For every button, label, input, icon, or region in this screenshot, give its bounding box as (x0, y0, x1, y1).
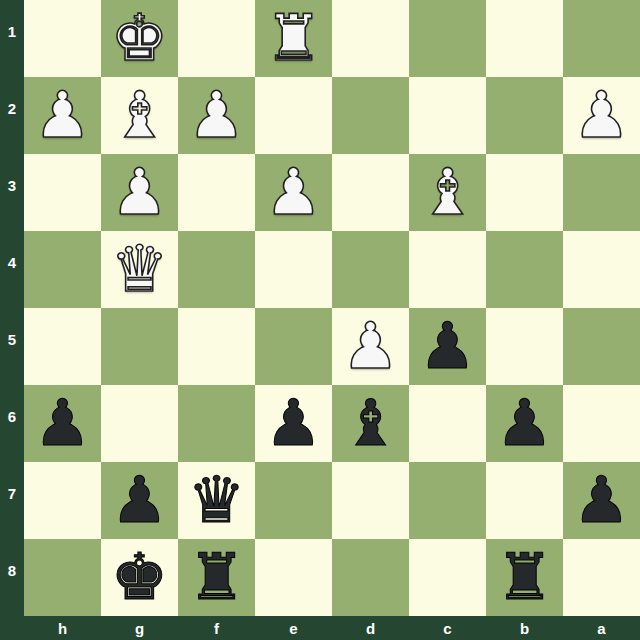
square-f1[interactable] (178, 0, 255, 77)
piece-black-king[interactable]: ♚ (111, 539, 168, 616)
piece-white-bishop[interactable]: ♝ (419, 154, 476, 231)
square-c1[interactable] (409, 0, 486, 77)
square-e1[interactable]: ♜ (255, 0, 332, 77)
piece-white-pawn[interactable]: ♟ (342, 308, 399, 385)
square-h7[interactable] (24, 462, 101, 539)
file-label-h: h (24, 616, 101, 640)
file-label-b: b (486, 616, 563, 640)
square-b8[interactable]: ♜ (486, 539, 563, 616)
square-e3[interactable]: ♟ (255, 154, 332, 231)
square-a5[interactable] (563, 308, 640, 385)
board-frame-corner (0, 616, 24, 640)
rank-label-6: 6 (0, 385, 24, 462)
square-c6[interactable] (409, 385, 486, 462)
rank-label-7: 7 (0, 462, 24, 539)
chess-board: 1♚♜2♟♝♟♟3♟♟♝4♛5♟♟6♟♟♝♟7♟♛♟8♚♜♜hgfedcba (0, 0, 640, 640)
rank-label-5: 5 (0, 308, 24, 385)
square-d5[interactable]: ♟ (332, 308, 409, 385)
file-label-c: c (409, 616, 486, 640)
square-d6[interactable]: ♝ (332, 385, 409, 462)
piece-black-pawn[interactable]: ♟ (34, 385, 91, 462)
square-b1[interactable] (486, 0, 563, 77)
square-g7[interactable]: ♟ (101, 462, 178, 539)
square-e8[interactable] (255, 539, 332, 616)
square-g5[interactable] (101, 308, 178, 385)
square-b3[interactable] (486, 154, 563, 231)
square-a7[interactable]: ♟ (563, 462, 640, 539)
file-label-f: f (178, 616, 255, 640)
square-d7[interactable] (332, 462, 409, 539)
square-e6[interactable]: ♟ (255, 385, 332, 462)
piece-black-pawn[interactable]: ♟ (265, 385, 322, 462)
square-g1[interactable]: ♚ (101, 0, 178, 77)
file-label-a: a (563, 616, 640, 640)
square-c8[interactable] (409, 539, 486, 616)
square-c5[interactable]: ♟ (409, 308, 486, 385)
square-b7[interactable] (486, 462, 563, 539)
piece-white-pawn[interactable]: ♟ (573, 77, 630, 154)
square-d8[interactable] (332, 539, 409, 616)
file-label-d: d (332, 616, 409, 640)
piece-white-rook[interactable]: ♜ (265, 0, 322, 77)
square-g8[interactable]: ♚ (101, 539, 178, 616)
square-h3[interactable] (24, 154, 101, 231)
square-h1[interactable] (24, 0, 101, 77)
square-d1[interactable] (332, 0, 409, 77)
square-e7[interactable] (255, 462, 332, 539)
piece-white-bishop[interactable]: ♝ (111, 77, 168, 154)
square-b4[interactable] (486, 231, 563, 308)
piece-white-pawn[interactable]: ♟ (188, 77, 245, 154)
rank-label-8: 8 (0, 539, 24, 616)
square-f5[interactable] (178, 308, 255, 385)
square-g6[interactable] (101, 385, 178, 462)
rank-label-3: 3 (0, 154, 24, 231)
square-d4[interactable] (332, 231, 409, 308)
square-f8[interactable]: ♜ (178, 539, 255, 616)
piece-black-pawn[interactable]: ♟ (573, 462, 630, 539)
square-c7[interactable] (409, 462, 486, 539)
square-h8[interactable] (24, 539, 101, 616)
square-e4[interactable] (255, 231, 332, 308)
square-a8[interactable] (563, 539, 640, 616)
piece-black-pawn[interactable]: ♟ (111, 462, 168, 539)
square-c3[interactable]: ♝ (409, 154, 486, 231)
square-b5[interactable] (486, 308, 563, 385)
square-h5[interactable] (24, 308, 101, 385)
square-a6[interactable] (563, 385, 640, 462)
square-f2[interactable]: ♟ (178, 77, 255, 154)
square-a1[interactable] (563, 0, 640, 77)
square-h4[interactable] (24, 231, 101, 308)
piece-white-queen[interactable]: ♛ (111, 231, 168, 308)
square-b2[interactable] (486, 77, 563, 154)
piece-black-rook[interactable]: ♜ (188, 539, 245, 616)
piece-black-bishop[interactable]: ♝ (342, 385, 399, 462)
piece-black-pawn[interactable]: ♟ (496, 385, 553, 462)
square-f4[interactable] (178, 231, 255, 308)
square-e5[interactable] (255, 308, 332, 385)
square-g4[interactable]: ♛ (101, 231, 178, 308)
file-label-g: g (101, 616, 178, 640)
piece-black-rook[interactable]: ♜ (496, 539, 553, 616)
rank-label-2: 2 (0, 77, 24, 154)
rank-label-4: 4 (0, 231, 24, 308)
file-label-e: e (255, 616, 332, 640)
piece-white-pawn[interactable]: ♟ (34, 77, 91, 154)
piece-white-king[interactable]: ♚ (111, 0, 168, 77)
piece-white-pawn[interactable]: ♟ (111, 154, 168, 231)
piece-black-queen[interactable]: ♛ (188, 462, 245, 539)
square-f3[interactable] (178, 154, 255, 231)
square-f6[interactable] (178, 385, 255, 462)
square-d3[interactable] (332, 154, 409, 231)
piece-black-pawn[interactable]: ♟ (419, 308, 476, 385)
square-g3[interactable]: ♟ (101, 154, 178, 231)
square-a2[interactable]: ♟ (563, 77, 640, 154)
square-c4[interactable] (409, 231, 486, 308)
square-a4[interactable] (563, 231, 640, 308)
square-c2[interactable] (409, 77, 486, 154)
square-a3[interactable] (563, 154, 640, 231)
square-h2[interactable]: ♟ (24, 77, 101, 154)
square-h6[interactable]: ♟ (24, 385, 101, 462)
square-e2[interactable] (255, 77, 332, 154)
piece-white-pawn[interactable]: ♟ (265, 154, 322, 231)
square-d2[interactable] (332, 77, 409, 154)
square-f7[interactable]: ♛ (178, 462, 255, 539)
square-b6[interactable]: ♟ (486, 385, 563, 462)
rank-label-1: 1 (0, 0, 24, 77)
square-g2[interactable]: ♝ (101, 77, 178, 154)
